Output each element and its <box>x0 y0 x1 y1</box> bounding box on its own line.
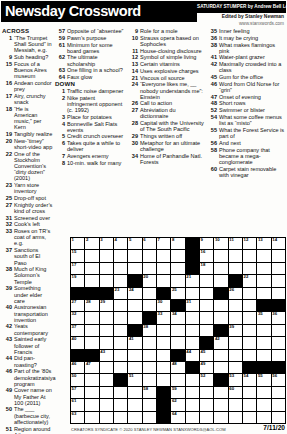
grid-cell-r9c2[interactable] <box>85 337 98 348</box>
grid-cell-r9c6[interactable] <box>143 337 156 348</box>
clue-across-51[interactable]: 51Region around Athens <box>2 426 53 434</box>
grid-cell-r11c6[interactable] <box>143 362 156 373</box>
clue-across-44[interactable]: 44Did pan-roasting? <box>2 355 53 367</box>
clue-down-35[interactable]: 35Inner feeling <box>207 28 286 34</box>
grid-cell-r15c12[interactable] <box>229 412 242 423</box>
grid-cell-r15c11[interactable] <box>214 412 227 423</box>
grid-cell-r4c9[interactable]: 21 <box>186 275 199 286</box>
grid-cell-r7c13[interactable] <box>243 312 256 323</box>
clue-down-5[interactable]: 5Credit crunch overseer <box>55 133 126 139</box>
grid-cell-r3c13[interactable] <box>243 263 256 274</box>
grid-cell-r6c11[interactable] <box>214 300 227 311</box>
grid-cell-r2c1[interactable]: 15 <box>71 250 84 261</box>
grid-cell-r10c5[interactable] <box>128 350 141 361</box>
grid-cell-r2c15[interactable] <box>272 250 285 261</box>
grid-cell-r14c10[interactable] <box>200 399 213 410</box>
clue-number: 8 <box>55 160 67 166</box>
grid-cell-r14c2[interactable] <box>85 399 98 410</box>
grid-cell-r2c6[interactable] <box>143 250 156 261</box>
grid-cell-r2c10[interactable]: 16 <box>200 250 213 261</box>
clue-down-14[interactable]: 14Uses explosive charges <box>128 68 205 74</box>
clue-across-27[interactable]: 27Knightly order’s kind of cross <box>2 202 53 214</box>
grid-cell-r13c8[interactable]: 59 <box>171 387 184 398</box>
grid-cell-r11c1[interactable]: 46 <box>71 362 84 373</box>
grid-cell-r12c3[interactable] <box>100 374 113 385</box>
clue-down-26[interactable]: 26Call to action <box>128 100 205 106</box>
grid-cell-r10c7[interactable] <box>157 350 170 361</box>
grid-cell-r8c8[interactable] <box>171 325 184 336</box>
clue-down-1[interactable]: 1Traffic noise dampener <box>55 88 126 94</box>
grid-cell-r7c3[interactable] <box>100 312 113 323</box>
grid-cell-r3c4[interactable] <box>114 263 127 274</box>
clue-across-40[interactable]: 40Austronesian transportation invention <box>2 304 53 322</box>
grid-cell-r7c12[interactable] <box>229 312 242 323</box>
clue-across-62[interactable]: 62The ultimate scholarship <box>55 54 126 66</box>
grid-cell-r10c13[interactable] <box>243 350 256 361</box>
grid-cell-r12c15[interactable]: 56 <box>272 374 285 385</box>
grid-cell-r13c1[interactable]: 57 <box>71 387 84 398</box>
grid-cell-r2c13[interactable] <box>243 250 256 261</box>
grid-cell-r1c12[interactable]: 11 <box>229 238 242 249</box>
grid-cell-r6c2[interactable]: 28 <box>85 300 98 311</box>
grid-cell-r14c13[interactable] <box>243 399 256 410</box>
clue-down-48[interactable]: 48Short rows <box>207 100 286 106</box>
grid-cell-r1c7[interactable]: 7 <box>157 238 170 249</box>
grid-cell-r9c1[interactable]: 40 <box>71 337 84 348</box>
black-square <box>229 275 242 286</box>
grid-cell-r13c3[interactable] <box>100 387 113 398</box>
grid-cell-r9c12[interactable] <box>229 337 242 348</box>
black-square <box>157 399 170 410</box>
grid-cell-r11c4[interactable] <box>114 362 127 373</box>
clue-down-11[interactable]: 11House-closing disclosure <box>128 48 205 54</box>
grid-cell-r11c11[interactable] <box>214 362 227 373</box>
clue-down-9[interactable]: 9Role for a mole <box>128 28 205 34</box>
clue-across-23[interactable]: 23Yarn store inventory <box>2 182 53 194</box>
grid-cell-r4c4[interactable] <box>114 275 127 286</box>
grid-cell-r9c13[interactable] <box>243 337 256 348</box>
grid-cell-r2c12[interactable] <box>229 250 242 261</box>
grid-cell-r13c6[interactable]: 58 <box>143 387 156 398</box>
grid-cell-r12c10[interactable]: 52 <box>200 374 213 385</box>
grid-cell-r6c3[interactable]: 29 <box>100 300 113 311</box>
grid-cell-r4c3[interactable] <box>100 275 113 286</box>
grid-cell-r6c4[interactable] <box>114 300 127 311</box>
grid-cell-r11c12[interactable] <box>229 362 242 373</box>
clue-down-56[interactable]: 56And next <box>207 140 286 146</box>
grid-cell-r6c9[interactable]: 31 <box>186 300 199 311</box>
grid-cell-r7c9[interactable] <box>186 312 199 323</box>
grid-cell-r15c15[interactable] <box>272 412 285 423</box>
grid-cell-r5c10[interactable] <box>200 288 213 299</box>
grid-cell-r2c2[interactable] <box>85 250 98 261</box>
grid-cell-r2c7[interactable] <box>157 250 170 261</box>
clue-across-17[interactable]: 17Airy, crunchy snack <box>2 93 53 105</box>
black-square <box>71 288 84 299</box>
grid-cell-r5c14[interactable] <box>257 288 270 299</box>
clue-down-42[interactable]: 42Maximally crowded into a class <box>207 61 286 73</box>
clue-text: Drop-off spot <box>14 195 53 201</box>
grid-cell-r7c5[interactable] <box>128 312 141 323</box>
grid-cell-r7c14[interactable]: 35 <box>257 312 270 323</box>
black-square <box>85 288 98 299</box>
grid-cell-r7c11[interactable] <box>214 312 227 323</box>
grid-cell-r5c13[interactable] <box>243 288 256 299</box>
grid-cell-r3c3[interactable] <box>100 263 113 274</box>
clue-across-43[interactable]: 43Sainted early follower of Francis <box>2 336 53 354</box>
clue-across-50[interactable]: 50The ___ (barbecue city, affectionately… <box>2 406 53 424</box>
grid-cell-r6c13[interactable] <box>243 300 256 311</box>
clue-across-61[interactable]: 61Minimum for some board games <box>55 42 126 54</box>
grid-cell-r3c8[interactable] <box>171 263 184 274</box>
grid-cell-r7c2[interactable] <box>85 312 98 323</box>
cell-number: 6 <box>143 238 145 243</box>
grid-cell-r4c1[interactable]: 19 <box>71 275 84 286</box>
grid-cell-r8c14[interactable] <box>257 325 270 336</box>
grid-cell-r12c14[interactable]: 55 <box>257 374 270 385</box>
grid-cell-r11c8[interactable]: 48 <box>171 362 184 373</box>
grid-cell-r12c13[interactable]: 54 <box>243 374 256 385</box>
grid-cell-r12c9[interactable] <box>186 374 199 385</box>
clue-down-47[interactable]: 47Onset of evening <box>207 94 286 100</box>
grid-cell-r3c5[interactable] <box>128 263 141 274</box>
grid-cell-r13c5[interactable] <box>128 387 141 398</box>
clue-text: Word from Old Norse for “grin” <box>219 81 286 93</box>
clue-number: 15 <box>2 61 14 79</box>
grid-cell-r8c13[interactable] <box>243 325 256 336</box>
grid-cell-r7c1[interactable]: 32 <box>71 312 84 323</box>
clue-column-4: 35Inner feeling36It may be crying38What … <box>207 28 286 179</box>
clue-across-59[interactable]: 59Pawn’s purpose <box>55 35 126 41</box>
clue-across-15[interactable]: 15Focus of a Buenos Aires museum <box>2 61 53 79</box>
grid-cell-r1c4[interactable]: 4 <box>114 238 127 249</box>
grid-cell-r5c4[interactable]: 23 <box>114 288 127 299</box>
grid-cell-r13c10[interactable] <box>200 387 213 398</box>
grid-cell-r6c1[interactable]: 27 <box>71 300 84 311</box>
grid-cell-r9c9[interactable] <box>186 337 199 348</box>
grid-cell-r15c1[interactable]: 63 <box>71 412 84 423</box>
grid-cell-r7c8[interactable]: 34 <box>171 312 184 323</box>
grid-cell-r1c15[interactable]: 14 <box>272 238 285 249</box>
grid-cell-r14c9[interactable] <box>186 399 199 410</box>
clue-down-41[interactable]: 41Water-plant grazer <box>207 54 286 60</box>
grid-cell-r12c8[interactable] <box>171 374 184 385</box>
grid-cell-r6c6[interactable] <box>143 300 156 311</box>
clue-down-6[interactable]: 6Takes quite a while to deliver <box>55 140 126 152</box>
grid-cell-r8c3[interactable] <box>100 325 113 336</box>
clue-across-57[interactable]: 57Opposite of “absentee” <box>55 28 126 34</box>
clue-down-38[interactable]: 38What makes flamingos pink <box>207 42 286 54</box>
cell-number: 55 <box>258 374 263 379</box>
clue-down-10[interactable]: 10Strauss opera based on Sophocles <box>128 35 205 47</box>
grid-cell-r9c11[interactable]: 42 <box>214 337 227 348</box>
grid-cell-r14c12[interactable] <box>229 399 242 410</box>
grid-cell-r12c1[interactable]: 50 <box>71 374 84 385</box>
clue-across-9[interactable]: 9Sub heading? <box>2 54 53 60</box>
clue-down-60[interactable]: 60Carpet stain removable with vinegar <box>207 166 286 178</box>
grid-cell-r1c14[interactable]: 13 <box>257 238 270 249</box>
clue-down-24[interactable]: 24“Everyone likes me, __ nobody understa… <box>128 81 205 99</box>
grid-cell-r9c3[interactable] <box>100 337 113 348</box>
clue-across-33[interactable]: 33Roses on TR’s coat of arms, e.g. <box>2 228 53 246</box>
clue-across-31[interactable]: 31Screened over <box>2 215 53 221</box>
grid-cell-r14c8[interactable]: 62 <box>171 399 184 410</box>
grid-cell-r14c3[interactable] <box>100 399 113 410</box>
clue-across-22[interactable]: 22One of the Stockholm Convention’s “dir… <box>2 151 53 182</box>
grid-cell-r7c7[interactable]: 33 <box>157 312 170 323</box>
clue-number: 37 <box>2 247 14 265</box>
grid-cell-r9c15[interactable] <box>272 337 285 348</box>
grid-cell-r11c7[interactable] <box>157 362 170 373</box>
clue-number: 61 <box>55 42 67 54</box>
grid-cell-r15c3[interactable] <box>100 412 113 423</box>
masthead-title: Newsday Crossword <box>1 1 197 22</box>
grid-cell-r6c10[interactable] <box>200 300 213 311</box>
clue-down-52[interactable]: 52Swimmer or blister <box>207 107 286 113</box>
grid-cell-r10c11[interactable] <box>214 350 227 361</box>
black-square <box>200 337 213 348</box>
grid-cell-r1c1[interactable]: 1 <box>71 238 84 249</box>
clue-text: Much of King Solomon’s Temple <box>14 266 53 284</box>
grid-cell-r11c3[interactable] <box>100 362 113 373</box>
clue-down-34[interactable]: 34Home of Panhandle Natl. Forests <box>128 153 205 165</box>
grid-cell-r2c4[interactable] <box>114 250 127 261</box>
clue-down-3[interactable]: 3Place for potatoes <box>55 114 126 120</box>
down-heading: DOWN <box>55 81 126 87</box>
clue-down-2[interactable]: 2Nike patent infringement opponent (c. 1… <box>55 95 126 113</box>
grid-cell-r4c10[interactable] <box>200 275 213 286</box>
clue-down-55[interactable]: 55What the Forest Service is part of <box>207 127 286 139</box>
grid-cell-r4c7[interactable] <box>157 275 170 286</box>
grid-cell-r9c4[interactable] <box>114 337 127 348</box>
clue-down-29[interactable]: 29Things written off <box>128 133 205 139</box>
grid-cell-r3c6[interactable] <box>143 263 156 274</box>
clue-across-63[interactable]: 63One filling in a school? <box>55 67 126 73</box>
grid-cell-r13c12[interactable]: 60 <box>229 387 242 398</box>
grid-cell-r9c5[interactable]: 41 <box>128 337 141 348</box>
grid-cell-r3c10[interactable]: 18 <box>200 263 213 274</box>
clue-down-13[interactable]: 13Certain vitamins <box>128 61 205 67</box>
grid-cell-r4c11[interactable] <box>214 275 227 286</box>
grid-cell-r10c14[interactable] <box>257 350 270 361</box>
grid-cell-r6c7[interactable]: 30 <box>157 300 170 311</box>
grid-cell-r8c9[interactable] <box>186 325 199 336</box>
grid-cell-r15c13[interactable] <box>243 412 256 423</box>
clue-down-8[interactable]: 810-min. walk for many <box>55 160 126 166</box>
grid-cell-r1c2[interactable]: 2 <box>85 238 98 249</box>
copyright-line: CREATORS SYNDICATE © 2020 STANLEY NEWMAN… <box>71 427 246 432</box>
grid-cell-r5c5[interactable]: 24 <box>128 288 141 299</box>
black-square <box>157 387 170 398</box>
clue-across-49[interactable]: 49Cover name on My Father At 100 (2011) <box>2 387 53 405</box>
grid-cell-r1c10[interactable]: 9 <box>200 238 213 249</box>
grid-cell-r2c5[interactable] <box>128 250 141 261</box>
grid-cell-r10c6[interactable] <box>143 350 156 361</box>
clue-column-2: 57Opposite of “absentee”59Pawn’s purpose… <box>55 28 126 167</box>
grid-cell-r6c5[interactable] <box>128 300 141 311</box>
grid-cell-r7c4[interactable] <box>114 312 127 323</box>
grid-cell-r3c1[interactable]: 17 <box>71 263 84 274</box>
grid-cell-r11c2[interactable]: 47 <box>85 362 98 373</box>
clue-text: Minimum for some board games <box>67 42 126 54</box>
grid-cell-r13c13[interactable] <box>243 387 256 398</box>
clue-down-4[interactable]: 4Bonneville Salt Flats events <box>55 121 126 133</box>
clue-down-12[interactable]: 12Symbol of simple living <box>128 54 205 60</box>
clue-across-1[interactable]: 1“The Trumpet Shall Sound” in Messiah, e… <box>2 35 53 53</box>
grid-cell-r6c12[interactable] <box>229 300 242 311</box>
grid-cell-r4c14[interactable] <box>257 275 270 286</box>
grid-cell-r15c8[interactable]: 64 <box>171 412 184 423</box>
clue-text: Faux glow <box>67 74 126 80</box>
grid-cell-r13c2[interactable] <box>85 387 98 398</box>
grid-cell-r1c11[interactable]: 10 <box>214 238 227 249</box>
grid-cell-r15c6[interactable] <box>143 412 156 423</box>
clue-across-39[interactable]: 39Something under elder care <box>2 285 53 303</box>
grid-cell-r15c2[interactable] <box>85 412 98 423</box>
grid-cell-r12c2[interactable] <box>85 374 98 385</box>
grid-cell-r4c2[interactable] <box>85 275 98 286</box>
grid-cell-r4c13[interactable]: 22 <box>243 275 256 286</box>
grid-cell-r8c7[interactable] <box>157 325 170 336</box>
grid-cell-r4c15[interactable] <box>272 275 285 286</box>
grid-cell-r7c15[interactable]: 36 <box>272 312 285 323</box>
grid-cell-r15c10[interactable] <box>200 412 213 423</box>
grid-cell-r3c15[interactable] <box>272 263 285 274</box>
grid-cell-r13c15[interactable] <box>272 387 285 398</box>
clue-number: 17 <box>2 93 14 105</box>
clue-down-30[interactable]: 30Metaphor for an ultimate challenge <box>128 140 205 152</box>
clue-number: 42 <box>207 61 219 73</box>
grid-cell-r10c10[interactable]: 45 <box>200 350 213 361</box>
grid-cell-r9c7[interactable] <box>157 337 170 348</box>
clue-across-37[interactable]: 37Sanctions south of El Paso <box>2 247 53 265</box>
grid-cell-r12c5[interactable]: 51 <box>128 374 141 385</box>
grid-cell-r2c3[interactable] <box>100 250 113 261</box>
grid-cell-r15c4[interactable] <box>114 412 127 423</box>
clue-down-54[interactable]: 54What some coffee menus list as “misto” <box>207 114 286 126</box>
grid-cell-r14c15[interactable] <box>272 399 285 410</box>
clue-across-18[interactable]: 18“He is American music,” per Kern <box>2 106 53 131</box>
grid-cell-r13c11[interactable] <box>214 387 227 398</box>
clue-across-32[interactable]: 32Cook’s left <box>2 221 53 227</box>
clue-across-38[interactable]: 38Much of King Solomon’s Temple <box>2 266 53 284</box>
grid-cell-r2c8[interactable] <box>171 250 184 261</box>
black-square <box>272 362 285 373</box>
cell-number: 44 <box>186 350 191 355</box>
grid-cell-r15c5[interactable] <box>128 412 141 423</box>
grid-cell-r14c11[interactable] <box>214 399 227 410</box>
grid-cell-r11c10[interactable]: 49 <box>200 362 213 373</box>
grid-cell-r2c14[interactable] <box>257 250 270 261</box>
grid-cell-r8c1[interactable]: 37 <box>71 325 84 336</box>
clue-down-36[interactable]: 36It may be crying <box>207 35 286 41</box>
grid-cell-r12c6[interactable] <box>143 374 156 385</box>
grid-cell-r14c6[interactable] <box>143 399 156 410</box>
grid-cell-r2c11[interactable] <box>214 250 227 261</box>
grid-cell-r1c8[interactable]: 8 <box>171 238 184 249</box>
grid-cell-r12c12[interactable]: 53 <box>229 374 242 385</box>
grid-cell-r1c5[interactable]: 5 <box>128 238 141 249</box>
grid-cell-r10c4[interactable] <box>114 350 127 361</box>
grid-cell-r9c8[interactable] <box>171 337 184 348</box>
grid-cell-r3c12[interactable] <box>229 263 242 274</box>
clue-down-27[interactable]: 27Abréviation du dictionnaire <box>128 107 205 119</box>
grid-cell-r3c14[interactable] <box>257 263 270 274</box>
clue-across-46[interactable]: 46Part of the ’80s demokratizatsiya prog… <box>2 368 53 386</box>
grid-cell-r13c4[interactable] <box>114 387 127 398</box>
black-square <box>85 350 98 361</box>
grid-cell-r8c10[interactable] <box>200 325 213 336</box>
grid-cell-r4c6[interactable]: 20 <box>143 275 156 286</box>
grid-cell-r8c15[interactable] <box>272 325 285 336</box>
grid-cell-r10c9[interactable]: 44 <box>186 350 199 361</box>
clue-across-16[interactable]: 16Andean condor prey <box>2 80 53 92</box>
clue-down-45[interactable]: 45Gum for the office <box>207 74 286 80</box>
clue-text: Call to action <box>140 100 205 106</box>
grid-cell-r12c7[interactable] <box>157 374 170 385</box>
clue-text: Andean condor prey <box>14 80 53 92</box>
grid-cell-r8c12[interactable]: 39 <box>229 325 242 336</box>
clue-number: 56 <box>207 140 219 146</box>
clue-down-7[interactable]: 7Avengers enemy <box>55 153 126 159</box>
clue-text: Maximally crowded into a class <box>219 61 286 73</box>
grid-cell-r1c13[interactable]: 12 <box>243 238 256 249</box>
grid-cell-r5c12[interactable]: 26 <box>229 288 242 299</box>
grid-cell-r15c14[interactable] <box>257 412 270 423</box>
grid-cell-r8c4[interactable] <box>114 325 127 336</box>
grid-cell-r13c9[interactable] <box>186 387 199 398</box>
clue-across-25[interactable]: 25Drop-off spot <box>2 195 53 201</box>
grid-cell-r1c6[interactable]: 6 <box>143 238 156 249</box>
clue-down-21[interactable]: 21Viscous oil source <box>128 75 205 81</box>
grid-cell-r10c12[interactable] <box>229 350 242 361</box>
cell-number: 50 <box>72 374 77 379</box>
clue-down-28[interactable]: 28Capital with the University of The Sou… <box>128 120 205 132</box>
grid-cell-r15c9[interactable] <box>186 412 199 423</box>
grid-cell-r14c4[interactable] <box>114 399 127 410</box>
grid-cell-r5c15[interactable] <box>272 288 285 299</box>
clue-text: The ___ (barbecue city, affectionately) <box>14 406 53 424</box>
grid-cell-r14c1[interactable]: 61 <box>71 399 84 410</box>
grid-cell-r14c14[interactable] <box>257 399 270 410</box>
grid-cell-r3c7[interactable] <box>157 263 170 274</box>
grid-cell-r5c6[interactable] <box>143 288 156 299</box>
grid-cell-r5c9[interactable] <box>186 288 199 299</box>
grid-cell-r1c3[interactable]: 3 <box>100 238 113 249</box>
grid-cell-r3c11[interactable] <box>214 263 227 274</box>
grid-cell-r8c2[interactable] <box>85 325 98 336</box>
clue-across-19[interactable]: 19Tangibly realize <box>2 131 53 137</box>
clue-text: Place for potatoes <box>67 114 126 120</box>
grid-cell-r11c5[interactable] <box>128 362 141 373</box>
grid-cell-r10c3[interactable]: 43 <box>100 350 113 361</box>
grid-cell-r5c8[interactable]: 25 <box>171 288 184 299</box>
clue-down-58[interactable]: 58Phone company that became a mega-congl… <box>207 147 286 165</box>
grid-cell-r3c2[interactable] <box>85 263 98 274</box>
clue-number: 12 <box>128 54 140 60</box>
grid-cell-r7c10[interactable] <box>200 312 213 323</box>
grid-cell-r8c6[interactable]: 38 <box>143 325 156 336</box>
grid-cell-r9c14[interactable] <box>257 337 270 348</box>
grid-cell-r10c15[interactable] <box>272 350 285 361</box>
clue-across-42[interactable]: 42Yeats contemporary <box>2 323 53 335</box>
grid-cell-r4c8[interactable] <box>171 275 184 286</box>
grid-cell-r14c5[interactable] <box>128 399 141 410</box>
clue-down-46[interactable]: 46Word from Old Norse for “grin” <box>207 81 286 93</box>
grid-cell-r13c14[interactable] <box>257 387 270 398</box>
clue-across-20[interactable]: 20New-“timey” short-video app <box>2 138 53 150</box>
black-square <box>186 250 199 261</box>
